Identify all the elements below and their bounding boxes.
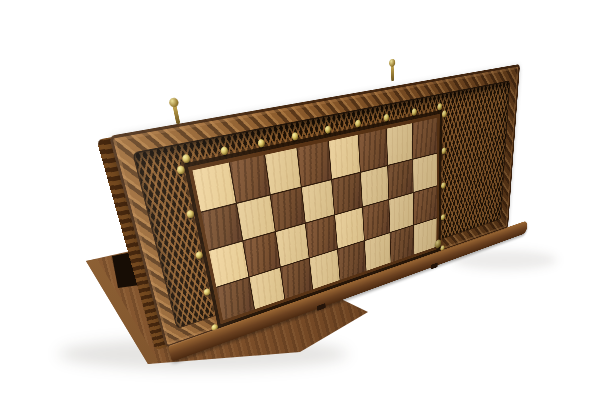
board-square-dark (338, 241, 366, 280)
board-square-light (192, 163, 235, 211)
board-square-dark (230, 155, 269, 202)
board-square-dark (390, 225, 414, 262)
board-square-light (310, 249, 340, 289)
upright-board-half (109, 64, 520, 348)
board-square-light (329, 135, 360, 178)
board-square-dark (298, 141, 331, 185)
hinge (431, 263, 438, 270)
board-square-light (414, 218, 436, 254)
brass-latch-pin (173, 105, 181, 124)
product-photo-folding-chess-case (0, 0, 600, 400)
brass-latch-pin (391, 65, 394, 81)
board-square-dark (413, 118, 437, 158)
board-square-light (265, 148, 301, 194)
board-square-dark (358, 129, 386, 171)
board-square-light (386, 123, 412, 164)
board-square-dark (388, 159, 413, 199)
board-square-light (365, 233, 391, 271)
